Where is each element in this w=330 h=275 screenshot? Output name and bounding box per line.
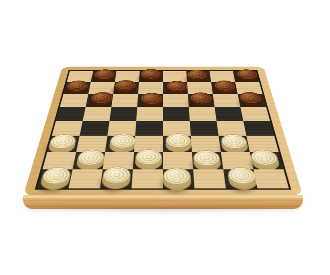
square-25[interactable] bbox=[73, 152, 106, 170]
light-piece[interactable] bbox=[47, 137, 76, 152]
square-1[interactable] bbox=[91, 71, 117, 82]
dark-piece[interactable] bbox=[189, 94, 213, 106]
square-28[interactable] bbox=[250, 152, 284, 170]
square-31[interactable] bbox=[163, 169, 194, 188]
dark-piece[interactable] bbox=[139, 71, 161, 81]
board-grid bbox=[35, 70, 291, 190]
light-square-r3c5 bbox=[189, 107, 217, 121]
piece-top-face bbox=[139, 93, 162, 105]
piece-top-face bbox=[192, 150, 220, 166]
light-piece[interactable] bbox=[101, 169, 131, 186]
light-piece[interactable] bbox=[165, 136, 191, 151]
square-4[interactable] bbox=[233, 71, 259, 82]
light-piece[interactable] bbox=[163, 171, 191, 188]
piece-top-face bbox=[165, 133, 191, 147]
square-17[interactable] bbox=[80, 121, 110, 136]
light-piece[interactable] bbox=[108, 136, 135, 151]
square-27[interactable] bbox=[192, 152, 223, 170]
piece-top-face bbox=[186, 70, 208, 80]
square-20[interactable] bbox=[243, 121, 274, 136]
light-piece[interactable] bbox=[220, 137, 248, 152]
light-square-r3c7 bbox=[240, 107, 270, 121]
light-square-r2c2 bbox=[111, 94, 138, 107]
square-32[interactable] bbox=[223, 169, 257, 188]
light-square-r6c4 bbox=[163, 152, 193, 170]
light-square-r3c1 bbox=[83, 107, 112, 121]
light-piece[interactable] bbox=[227, 170, 258, 187]
light-square-r3c3 bbox=[136, 107, 163, 121]
light-piece[interactable] bbox=[134, 152, 161, 168]
square-10[interactable] bbox=[137, 94, 163, 107]
light-square-r7c1 bbox=[69, 169, 103, 188]
board-front-edge bbox=[23, 195, 303, 209]
light-piece[interactable] bbox=[39, 170, 71, 187]
square-7[interactable] bbox=[163, 82, 188, 94]
square-13[interactable] bbox=[56, 107, 86, 121]
square-24[interactable] bbox=[219, 136, 250, 152]
light-square-r2c0 bbox=[60, 94, 88, 107]
square-3[interactable] bbox=[186, 71, 211, 82]
square-23[interactable] bbox=[163, 136, 192, 152]
checkers-photo-canvas bbox=[0, 0, 330, 275]
piece-top-face bbox=[166, 81, 188, 92]
light-square-r7c7 bbox=[253, 169, 288, 188]
square-18[interactable] bbox=[135, 121, 163, 136]
square-12[interactable] bbox=[238, 94, 266, 107]
square-22[interactable] bbox=[105, 136, 135, 152]
square-11[interactable] bbox=[188, 94, 215, 107]
piece-top-face bbox=[140, 69, 162, 79]
square-6[interactable] bbox=[113, 82, 139, 94]
dark-piece[interactable] bbox=[238, 94, 264, 106]
dark-piece[interactable] bbox=[235, 71, 259, 81]
dark-piece[interactable] bbox=[113, 82, 136, 93]
piece-top-face bbox=[135, 149, 162, 165]
piece-top-face bbox=[189, 92, 213, 104]
light-piece[interactable] bbox=[75, 152, 104, 168]
dark-piece[interactable] bbox=[92, 71, 115, 81]
piece-top-face bbox=[213, 81, 237, 92]
square-16[interactable] bbox=[215, 107, 244, 121]
dark-piece[interactable] bbox=[139, 95, 162, 107]
square-8[interactable] bbox=[211, 82, 238, 94]
light-square-r2c6 bbox=[213, 94, 241, 107]
square-26[interactable] bbox=[133, 152, 163, 170]
square-14[interactable] bbox=[109, 107, 137, 121]
square-29[interactable] bbox=[37, 169, 72, 188]
light-square-r7c5 bbox=[193, 169, 226, 188]
dark-piece[interactable] bbox=[166, 83, 189, 94]
dark-piece[interactable] bbox=[89, 94, 114, 106]
dark-piece[interactable] bbox=[186, 71, 208, 81]
checkers-board bbox=[23, 67, 303, 196]
light-piece[interactable] bbox=[249, 152, 280, 168]
square-21[interactable] bbox=[47, 136, 79, 152]
square-19[interactable] bbox=[190, 121, 219, 136]
dark-piece[interactable] bbox=[64, 82, 89, 93]
piece-top-face bbox=[163, 168, 191, 185]
dark-piece[interactable] bbox=[213, 82, 237, 93]
square-15[interactable] bbox=[163, 107, 190, 121]
square-9[interactable] bbox=[86, 94, 114, 107]
light-piece[interactable] bbox=[192, 153, 220, 169]
square-5[interactable] bbox=[63, 82, 90, 94]
light-square-r7c3 bbox=[132, 169, 163, 188]
square-30[interactable] bbox=[100, 169, 133, 188]
square-2[interactable] bbox=[139, 71, 163, 82]
light-square-r2c4 bbox=[163, 94, 189, 107]
